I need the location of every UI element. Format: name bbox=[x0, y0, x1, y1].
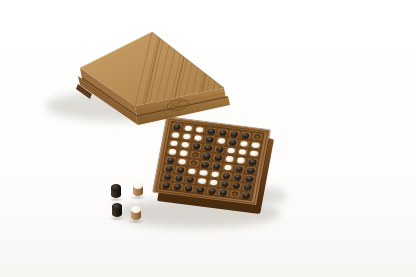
white-peg[interactable] bbox=[209, 179, 217, 185]
black-peg[interactable] bbox=[175, 175, 183, 181]
white-peg[interactable] bbox=[171, 132, 179, 138]
white-peg[interactable] bbox=[225, 156, 233, 162]
white-peg[interactable] bbox=[188, 168, 196, 174]
black-peg[interactable] bbox=[235, 166, 243, 172]
black-peg[interactable] bbox=[221, 181, 229, 187]
white-peg[interactable] bbox=[169, 140, 177, 146]
black-peg[interactable] bbox=[192, 143, 200, 149]
black-peg[interactable] bbox=[244, 184, 252, 190]
white-peg[interactable] bbox=[237, 157, 245, 163]
white-peg[interactable] bbox=[217, 138, 225, 144]
board-grid bbox=[159, 121, 265, 201]
black-peg[interactable] bbox=[208, 188, 216, 194]
black-peg[interactable] bbox=[248, 159, 256, 165]
black-peg[interactable] bbox=[186, 177, 194, 183]
white-peg[interactable] bbox=[181, 142, 189, 148]
empty-hole bbox=[253, 134, 261, 140]
white-peg[interactable] bbox=[251, 142, 259, 148]
white-peg[interactable] bbox=[184, 125, 192, 131]
peg-top bbox=[133, 182, 143, 189]
white-loose-peg[interactable] bbox=[131, 206, 141, 222]
black-peg[interactable] bbox=[163, 174, 171, 180]
black-peg[interactable] bbox=[232, 182, 240, 188]
white-peg[interactable] bbox=[194, 135, 202, 141]
peg-top bbox=[131, 206, 141, 213]
white-peg[interactable] bbox=[240, 141, 248, 147]
black-peg[interactable] bbox=[230, 131, 238, 137]
white-peg[interactable] bbox=[238, 149, 246, 155]
black-peg[interactable] bbox=[205, 136, 213, 142]
white-peg[interactable] bbox=[183, 133, 191, 139]
black-peg[interactable] bbox=[185, 185, 193, 191]
black-peg[interactable] bbox=[212, 163, 220, 169]
empty-hole bbox=[231, 191, 239, 197]
black-peg[interactable] bbox=[222, 173, 230, 179]
black-peg[interactable] bbox=[215, 146, 223, 152]
black-peg[interactable] bbox=[202, 153, 210, 159]
black-peg[interactable] bbox=[176, 167, 184, 173]
black-peg[interactable] bbox=[196, 186, 204, 192]
white-peg[interactable] bbox=[211, 171, 219, 177]
white-peg[interactable] bbox=[198, 178, 206, 184]
white-peg[interactable] bbox=[224, 164, 232, 170]
black-loose-peg[interactable] bbox=[112, 203, 122, 219]
black-peg[interactable] bbox=[165, 165, 173, 171]
black-peg[interactable] bbox=[201, 161, 209, 167]
black-peg[interactable] bbox=[173, 124, 181, 130]
white-peg[interactable] bbox=[168, 149, 176, 155]
black-peg[interactable] bbox=[241, 132, 249, 138]
white-peg[interactable] bbox=[179, 150, 187, 156]
empty-hole bbox=[190, 160, 198, 166]
board-cell[interactable] bbox=[240, 190, 253, 200]
white-peg[interactable] bbox=[196, 126, 204, 132]
black-peg[interactable] bbox=[162, 182, 170, 188]
black-loose-peg[interactable] bbox=[111, 184, 121, 200]
black-peg[interactable] bbox=[166, 157, 174, 163]
black-peg[interactable] bbox=[207, 128, 215, 134]
black-peg[interactable] bbox=[173, 183, 181, 189]
white-peg[interactable] bbox=[178, 158, 186, 164]
black-peg[interactable] bbox=[234, 174, 242, 180]
black-peg[interactable] bbox=[247, 167, 255, 173]
black-peg[interactable] bbox=[218, 129, 226, 135]
black-peg[interactable] bbox=[242, 192, 250, 198]
black-peg[interactable] bbox=[204, 145, 212, 151]
peg-top bbox=[111, 184, 121, 191]
empty-hole bbox=[191, 152, 199, 158]
white-peg[interactable] bbox=[227, 148, 235, 154]
black-peg[interactable] bbox=[214, 154, 222, 160]
black-peg[interactable] bbox=[228, 139, 236, 145]
product-photo-scene bbox=[0, 0, 416, 277]
white-loose-peg[interactable] bbox=[133, 182, 143, 198]
black-peg[interactable] bbox=[219, 189, 227, 195]
peg-top bbox=[112, 203, 122, 210]
white-peg[interactable] bbox=[199, 170, 207, 176]
black-peg[interactable] bbox=[245, 175, 253, 181]
othello-board bbox=[153, 117, 270, 205]
white-peg[interactable] bbox=[250, 150, 258, 156]
